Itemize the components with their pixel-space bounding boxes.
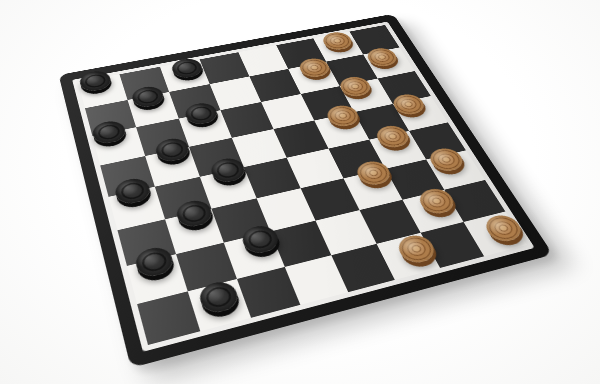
checkers-mat — [59, 14, 553, 368]
checkers-board — [78, 25, 527, 345]
photo-background — [0, 0, 600, 384]
board-margin — [72, 22, 535, 352]
